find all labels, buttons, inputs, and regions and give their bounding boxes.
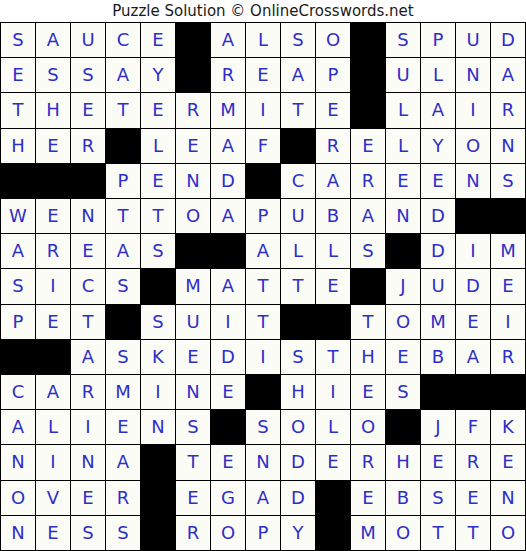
letter-cell-r6c11[interactable]: A xyxy=(351,199,385,233)
letter-cell-r5c6[interactable]: N xyxy=(176,164,210,198)
letter-cell-r1c4[interactable]: C xyxy=(106,23,140,57)
letter-cell-r10c12[interactable]: E xyxy=(386,340,420,374)
letter-cell-r2c15[interactable]: A xyxy=(491,58,525,92)
letter-cell-r4c15[interactable]: N xyxy=(491,129,525,163)
block-cell-r14c5 xyxy=(141,481,175,515)
letter-cell-r3c2[interactable]: H xyxy=(36,93,70,127)
letter-cell-r2c4[interactable]: A xyxy=(106,58,140,92)
letter-cell-r14c13[interactable]: S xyxy=(421,481,455,515)
letter-cell-r15c11[interactable]: M xyxy=(351,516,385,550)
letter-cell-r15c1[interactable]: N xyxy=(1,516,35,550)
letter-cell-r12c2[interactable]: L xyxy=(36,410,70,444)
letter-cell-r10c13[interactable]: B xyxy=(421,340,455,374)
letter-cell-r13c10[interactable]: E xyxy=(316,445,350,479)
letter-cell-r8c12[interactable]: J xyxy=(386,269,420,303)
letter-cell-r10c8[interactable]: I xyxy=(246,340,280,374)
letter-cell-r15c15[interactable]: O xyxy=(491,516,525,550)
block-cell-r7c6 xyxy=(176,234,210,268)
letter-cell-r6c13[interactable]: D xyxy=(421,199,455,233)
letter-cell-r6c12[interactable]: N xyxy=(386,199,420,233)
letter-cell-r6c5[interactable]: T xyxy=(141,199,175,233)
letter-cell-r12c11[interactable]: O xyxy=(351,410,385,444)
letter-cell-r2c2[interactable]: S xyxy=(36,58,70,92)
letter-cell-r14c11[interactable]: E xyxy=(351,481,385,515)
letter-cell-r9c2[interactable]: E xyxy=(36,305,70,339)
letter-cell-r11c3[interactable]: R xyxy=(71,375,105,409)
letter-cell-r12c14[interactable]: F xyxy=(456,410,490,444)
letter-cell-r14c1[interactable]: O xyxy=(1,481,35,515)
letter-cell-r13c6[interactable]: T xyxy=(176,445,210,479)
letter-cell-r7c14[interactable]: I xyxy=(456,234,490,268)
letter-cell-r2c13[interactable]: L xyxy=(421,58,455,92)
letter-cell-r8c10[interactable]: E xyxy=(316,269,350,303)
letter-cell-r13c14[interactable]: R xyxy=(456,445,490,479)
letter-cell-r1c12[interactable]: S xyxy=(386,23,420,57)
letter-cell-r4c6[interactable]: E xyxy=(176,129,210,163)
letter-cell-r13c13[interactable]: E xyxy=(421,445,455,479)
letter-cell-r7c10[interactable]: L xyxy=(316,234,350,268)
letter-cell-r13c9[interactable]: D xyxy=(281,445,315,479)
block-cell-r5c2 xyxy=(36,164,70,198)
letter-cell-r15c9[interactable]: Y xyxy=(281,516,315,550)
letter-cell-r9c13[interactable]: M xyxy=(421,305,455,339)
letter-cell-r12c15[interactable]: K xyxy=(491,410,525,444)
letter-cell-r1c3[interactable]: U xyxy=(71,23,105,57)
block-cell-r3c11 xyxy=(351,93,385,127)
letter-cell-r7c8[interactable]: A xyxy=(246,234,280,268)
block-cell-r5c1 xyxy=(1,164,35,198)
letter-cell-r12c13[interactable]: J xyxy=(421,410,455,444)
letter-cell-r2c8[interactable]: E xyxy=(246,58,280,92)
letter-cell-r2c10[interactable]: P xyxy=(316,58,350,92)
letter-cell-r14c2[interactable]: V xyxy=(36,481,70,515)
letter-cell-r3c15[interactable]: R xyxy=(491,93,525,127)
letter-cell-r4c5[interactable]: L xyxy=(141,129,175,163)
block-cell-r5c3 xyxy=(71,164,105,198)
letter-cell-r3c5[interactable]: E xyxy=(141,93,175,127)
letter-cell-r3c6[interactable]: R xyxy=(176,93,210,127)
letter-cell-r8c13[interactable]: U xyxy=(421,269,455,303)
block-cell-r8c11 xyxy=(351,269,385,303)
letter-cell-r13c7[interactable]: E xyxy=(211,445,245,479)
block-cell-r9c10 xyxy=(316,305,350,339)
letter-cell-r10c15[interactable]: R xyxy=(491,340,525,374)
letter-cell-r6c4[interactable]: T xyxy=(106,199,140,233)
letter-cell-r13c4[interactable]: A xyxy=(106,445,140,479)
block-cell-r15c5 xyxy=(141,516,175,550)
block-cell-r10c2 xyxy=(36,340,70,374)
letter-cell-r11c1[interactable]: C xyxy=(1,375,35,409)
letter-cell-r6c10[interactable]: B xyxy=(316,199,350,233)
letter-cell-r3c14[interactable]: I xyxy=(456,93,490,127)
letter-cell-r3c9[interactable]: T xyxy=(281,93,315,127)
block-cell-r9c4 xyxy=(106,305,140,339)
letter-cell-r3c13[interactable]: A xyxy=(421,93,455,127)
block-cell-r1c6 xyxy=(176,23,210,57)
letter-cell-r7c13[interactable]: D xyxy=(421,234,455,268)
letter-cell-r1c2[interactable]: A xyxy=(36,23,70,57)
block-cell-r14c10 xyxy=(316,481,350,515)
letter-cell-r2c14[interactable]: N xyxy=(456,58,490,92)
letter-cell-r7c2[interactable]: R xyxy=(36,234,70,268)
letter-cell-r4c11[interactable]: E xyxy=(351,129,385,163)
letter-cell-r5c9[interactable]: C xyxy=(281,164,315,198)
letter-cell-r15c3[interactable]: S xyxy=(71,516,105,550)
letter-cell-r12c1[interactable]: A xyxy=(1,410,35,444)
letter-cell-r1c15[interactable]: D xyxy=(491,23,525,57)
letter-cell-r2c5[interactable]: Y xyxy=(141,58,175,92)
page-title: Puzzle Solution © OnlineCrosswords.net xyxy=(0,0,526,22)
block-cell-r2c11 xyxy=(351,58,385,92)
block-cell-r7c7 xyxy=(211,234,245,268)
letter-cell-r3c4[interactable]: T xyxy=(106,93,140,127)
block-cell-r2c6 xyxy=(176,58,210,92)
letter-cell-r9c8[interactable]: T xyxy=(246,305,280,339)
letter-cell-r12c10[interactable]: L xyxy=(316,410,350,444)
letter-cell-r1c8[interactable]: L xyxy=(246,23,280,57)
letter-cell-r6c8[interactable]: P xyxy=(246,199,280,233)
letter-cell-r14c12[interactable]: B xyxy=(386,481,420,515)
letter-cell-r9c7[interactable]: I xyxy=(211,305,245,339)
puzzle-solution-page: Puzzle Solution © OnlineCrosswords.net S… xyxy=(0,0,526,551)
letter-cell-r6c1[interactable]: W xyxy=(1,199,35,233)
letter-cell-r9c11[interactable]: T xyxy=(351,305,385,339)
block-cell-r6c15 xyxy=(491,199,525,233)
letter-cell-r15c13[interactable]: T xyxy=(421,516,455,550)
letter-cell-r5c12[interactable]: E xyxy=(386,164,420,198)
letter-cell-r7c9[interactable]: L xyxy=(281,234,315,268)
letter-cell-r10c9[interactable]: S xyxy=(281,340,315,374)
letter-cell-r14c15[interactable]: N xyxy=(491,481,525,515)
letter-cell-r2c12[interactable]: U xyxy=(386,58,420,92)
letter-cell-r13c3[interactable]: N xyxy=(71,445,105,479)
letter-cell-r15c12[interactable]: O xyxy=(386,516,420,550)
letter-cell-r8c1[interactable]: S xyxy=(1,269,35,303)
letter-cell-r8c3[interactable]: C xyxy=(71,269,105,303)
letter-cell-r9c5[interactable]: S xyxy=(141,305,175,339)
letter-cell-r8c8[interactable]: T xyxy=(246,269,280,303)
letter-cell-r5c7[interactable]: D xyxy=(211,164,245,198)
letter-cell-r5c4[interactable]: P xyxy=(106,164,140,198)
letter-cell-r8c15[interactable]: E xyxy=(491,269,525,303)
block-cell-r8c5 xyxy=(141,269,175,303)
letter-cell-r11c12[interactable]: S xyxy=(386,375,420,409)
letter-cell-r14c3[interactable]: E xyxy=(71,481,105,515)
letter-cell-r7c1[interactable]: A xyxy=(1,234,35,268)
letter-cell-r15c7[interactable]: O xyxy=(211,516,245,550)
letter-cell-r4c10[interactable]: R xyxy=(316,129,350,163)
letter-cell-r6c2[interactable]: E xyxy=(36,199,70,233)
letter-cell-r15c6[interactable]: R xyxy=(176,516,210,550)
letter-cell-r13c11[interactable]: R xyxy=(351,445,385,479)
letter-cell-r5c10[interactable]: A xyxy=(316,164,350,198)
block-cell-r4c4 xyxy=(106,129,140,163)
letter-cell-r6c6[interactable]: O xyxy=(176,199,210,233)
letter-cell-r10c6[interactable]: E xyxy=(176,340,210,374)
letter-cell-r8c4[interactable]: S xyxy=(106,269,140,303)
letter-cell-r7c15[interactable]: M xyxy=(491,234,525,268)
letter-cell-r3c10[interactable]: E xyxy=(316,93,350,127)
letter-cell-r15c8[interactable]: P xyxy=(246,516,280,550)
letter-cell-r7c3[interactable]: E xyxy=(71,234,105,268)
letter-cell-r10c5[interactable]: K xyxy=(141,340,175,374)
letter-cell-r12c8[interactable]: S xyxy=(246,410,280,444)
block-cell-r11c15 xyxy=(491,375,525,409)
letter-cell-r11c6[interactable]: N xyxy=(176,375,210,409)
letter-cell-r9c15[interactable]: I xyxy=(491,305,525,339)
letter-cell-r7c11[interactable]: S xyxy=(351,234,385,268)
letter-cell-r12c6[interactable]: S xyxy=(176,410,210,444)
letter-cell-r14c8[interactable]: A xyxy=(246,481,280,515)
letter-cell-r6c3[interactable]: N xyxy=(71,199,105,233)
block-cell-r11c8 xyxy=(246,375,280,409)
letter-cell-r3c12[interactable]: L xyxy=(386,93,420,127)
letter-cell-r9c14[interactable]: E xyxy=(456,305,490,339)
letter-cell-r13c1[interactable]: N xyxy=(1,445,35,479)
letter-cell-r15c2[interactable]: E xyxy=(36,516,70,550)
letter-cell-r4c1[interactable]: H xyxy=(1,129,35,163)
crossword-board: SAUCEALSOSPUDESSAYREAPULNATHETERMITELAIR… xyxy=(0,22,526,551)
block-cell-r10c1 xyxy=(1,340,35,374)
letter-cell-r11c11[interactable]: E xyxy=(351,375,385,409)
letter-cell-r7c4[interactable]: A xyxy=(106,234,140,268)
letter-cell-r1c5[interactable]: E xyxy=(141,23,175,57)
letter-cell-r4c3[interactable]: R xyxy=(71,129,105,163)
block-cell-r11c14 xyxy=(456,375,490,409)
letter-cell-r8c14[interactable]: D xyxy=(456,269,490,303)
letter-cell-r1c7[interactable]: A xyxy=(211,23,245,57)
letter-cell-r8c6[interactable]: M xyxy=(176,269,210,303)
letter-cell-r13c8[interactable]: N xyxy=(246,445,280,479)
letter-cell-r3c7[interactable]: M xyxy=(211,93,245,127)
letter-cell-r5c15[interactable]: S xyxy=(491,164,525,198)
letter-cell-r3c3[interactable]: E xyxy=(71,93,105,127)
letter-cell-r11c10[interactable]: I xyxy=(316,375,350,409)
letter-cell-r10c10[interactable]: T xyxy=(316,340,350,374)
letter-cell-r9c12[interactable]: O xyxy=(386,305,420,339)
letter-cell-r3c1[interactable]: T xyxy=(1,93,35,127)
letter-cell-r5c11[interactable]: R xyxy=(351,164,385,198)
letter-cell-r2c3[interactable]: S xyxy=(71,58,105,92)
letter-cell-r14c6[interactable]: E xyxy=(176,481,210,515)
block-cell-r9c9 xyxy=(281,305,315,339)
letter-cell-r12c5[interactable]: N xyxy=(141,410,175,444)
block-cell-r12c7 xyxy=(211,410,245,444)
letter-cell-r14c14[interactable]: E xyxy=(456,481,490,515)
letter-cell-r15c4[interactable]: S xyxy=(106,516,140,550)
letter-cell-r12c9[interactable]: O xyxy=(281,410,315,444)
letter-cell-r14c9[interactable]: D xyxy=(281,481,315,515)
block-cell-r6c14 xyxy=(456,199,490,233)
letter-cell-r10c7[interactable]: D xyxy=(211,340,245,374)
letter-cell-r12c3[interactable]: I xyxy=(71,410,105,444)
letter-cell-r1c14[interactable]: U xyxy=(456,23,490,57)
letter-cell-r4c13[interactable]: Y xyxy=(421,129,455,163)
letter-cell-r14c4[interactable]: R xyxy=(106,481,140,515)
letter-cell-r5c5[interactable]: E xyxy=(141,164,175,198)
letter-cell-r5c14[interactable]: N xyxy=(456,164,490,198)
letter-cell-r12c4[interactable]: E xyxy=(106,410,140,444)
block-cell-r4c9 xyxy=(281,129,315,163)
letter-cell-r7c5[interactable]: S xyxy=(141,234,175,268)
letter-cell-r4c7[interactable]: A xyxy=(211,129,245,163)
letter-cell-r13c12[interactable]: H xyxy=(386,445,420,479)
block-cell-r11c13 xyxy=(421,375,455,409)
letter-cell-r6c9[interactable]: U xyxy=(281,199,315,233)
letter-cell-r10c3[interactable]: A xyxy=(71,340,105,374)
block-cell-r12c12 xyxy=(386,410,420,444)
letter-cell-r4c12[interactable]: L xyxy=(386,129,420,163)
letter-cell-r4c14[interactable]: O xyxy=(456,129,490,163)
letter-cell-r10c4[interactable]: S xyxy=(106,340,140,374)
letter-cell-r11c9[interactable]: H xyxy=(281,375,315,409)
letter-cell-r11c2[interactable]: A xyxy=(36,375,70,409)
letter-cell-r9c6[interactable]: U xyxy=(176,305,210,339)
letter-cell-r8c7[interactable]: A xyxy=(211,269,245,303)
letter-cell-r2c1[interactable]: E xyxy=(1,58,35,92)
letter-cell-r11c7[interactable]: E xyxy=(211,375,245,409)
letter-cell-r4c2[interactable]: E xyxy=(36,129,70,163)
block-cell-r1c11 xyxy=(351,23,385,57)
letter-cell-r1c10[interactable]: O xyxy=(316,23,350,57)
letter-cell-r1c13[interactable]: P xyxy=(421,23,455,57)
letter-cell-r10c11[interactable]: H xyxy=(351,340,385,374)
letter-cell-r9c1[interactable]: P xyxy=(1,305,35,339)
block-cell-r7c12 xyxy=(386,234,420,268)
letter-cell-r6c7[interactable]: A xyxy=(211,199,245,233)
letter-cell-r11c5[interactable]: I xyxy=(141,375,175,409)
letter-cell-r10c14[interactable]: A xyxy=(456,340,490,374)
letter-cell-r14c7[interactable]: G xyxy=(211,481,245,515)
block-cell-r13c5 xyxy=(141,445,175,479)
letter-cell-r13c2[interactable]: I xyxy=(36,445,70,479)
letter-cell-r8c9[interactable]: T xyxy=(281,269,315,303)
letter-cell-r11c4[interactable]: M xyxy=(106,375,140,409)
letter-cell-r3c8[interactable]: I xyxy=(246,93,280,127)
letter-cell-r5c13[interactable]: E xyxy=(421,164,455,198)
letter-cell-r1c9[interactable]: S xyxy=(281,23,315,57)
letter-cell-r15c14[interactable]: T xyxy=(456,516,490,550)
letter-cell-r8c2[interactable]: I xyxy=(36,269,70,303)
letter-cell-r13c15[interactable]: E xyxy=(491,445,525,479)
letter-cell-r1c1[interactable]: S xyxy=(1,23,35,57)
letter-cell-r2c7[interactable]: R xyxy=(211,58,245,92)
letter-cell-r9c3[interactable]: T xyxy=(71,305,105,339)
letter-cell-r4c8[interactable]: F xyxy=(246,129,280,163)
letter-cell-r2c9[interactable]: A xyxy=(281,58,315,92)
block-cell-r15c10 xyxy=(316,516,350,550)
block-cell-r5c8 xyxy=(246,164,280,198)
